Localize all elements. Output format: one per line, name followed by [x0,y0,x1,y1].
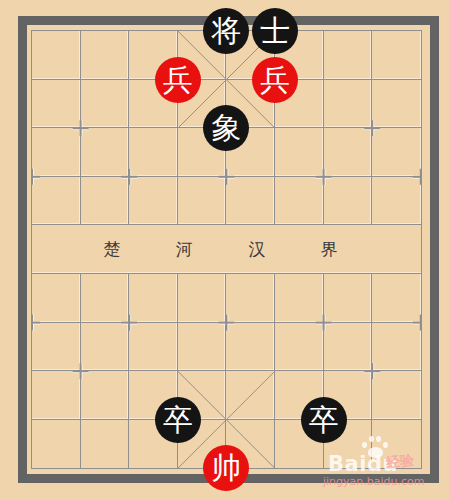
baidu-watermark: Baidu 经验 jingyan.baidu.com [319,438,444,494]
xiangqi-board[interactable] [31,30,422,469]
board-point[interactable] [324,80,373,129]
board-point[interactable] [81,420,130,469]
board-point[interactable] [81,31,130,80]
watermark-stamp: 经验 [385,452,415,473]
red-soldier-right[interactable]: 兵 [252,57,298,103]
board-point[interactable] [275,323,324,372]
black-advisor[interactable]: 士 [252,8,298,54]
river-label-jie: 界 [321,237,338,260]
board-point[interactable] [226,371,275,420]
board-point[interactable] [81,80,130,129]
board-point[interactable] [372,31,421,80]
board-point[interactable] [226,177,275,226]
board-point[interactable] [178,323,227,372]
board-point[interactable] [372,371,421,420]
board-point[interactable] [226,274,275,323]
watermark-url: jingyan.baidu.com [323,475,425,488]
black-general[interactable]: 将 [203,8,249,54]
board-point[interactable] [226,323,275,372]
board-point[interactable] [324,128,373,177]
board-point[interactable] [129,177,178,226]
xiangqi-screenshot: 楚 河 汉 界 将士兵兵象卒卒帅 Baidu 经验 jingyan.baidu.… [0,0,449,500]
board-point[interactable] [372,80,421,129]
board-frame: 楚 河 汉 界 将士兵兵象卒卒帅 [18,16,439,483]
board-point[interactable] [129,274,178,323]
board-point[interactable] [81,274,130,323]
board-point[interactable] [178,177,227,226]
board-point[interactable] [32,274,81,323]
black-soldier-right[interactable]: 卒 [301,397,347,443]
board-point[interactable] [32,420,81,469]
board-point[interactable] [81,323,130,372]
board-point[interactable] [81,177,130,226]
board-point[interactable] [32,128,81,177]
board-point[interactable] [324,323,373,372]
board-point[interactable] [372,323,421,372]
board-point[interactable] [275,274,324,323]
black-elephant[interactable]: 象 [203,105,249,151]
board-point[interactable] [372,274,421,323]
board-point[interactable] [324,177,373,226]
board-point[interactable] [275,177,324,226]
board-point[interactable] [32,31,81,80]
board-point[interactable] [32,225,81,274]
red-general[interactable]: 帅 [203,445,249,491]
board-point[interactable] [324,31,373,80]
board-point[interactable] [32,80,81,129]
board-point[interactable] [275,128,324,177]
board-point[interactable] [178,274,227,323]
river-label-he: 河 [176,237,193,260]
board-point[interactable] [81,371,130,420]
board-point[interactable] [129,323,178,372]
board-point[interactable] [129,128,178,177]
board-point[interactable] [275,225,324,274]
board-point[interactable] [129,225,178,274]
river-label-chu: 楚 [104,237,121,260]
board-point[interactable] [324,274,373,323]
river-label-han: 汉 [249,237,266,260]
black-soldier-left[interactable]: 卒 [155,397,201,443]
red-soldier-left[interactable]: 兵 [155,57,201,103]
board-point[interactable] [32,323,81,372]
board-point[interactable] [81,128,130,177]
board-point[interactable] [32,177,81,226]
board-point[interactable] [32,371,81,420]
board-area: 楚 河 汉 界 将士兵兵象卒卒帅 [31,30,422,470]
board-point[interactable] [372,177,421,226]
board-point[interactable] [372,225,421,274]
board-point[interactable] [372,128,421,177]
